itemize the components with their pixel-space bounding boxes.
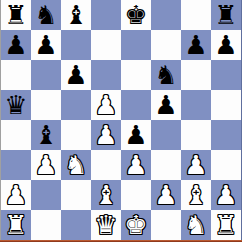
- square-e4[interactable]: ♟: [121, 120, 151, 150]
- piece-white-bishop[interactable]: ♝: [94, 180, 117, 210]
- square-b2[interactable]: [31, 180, 61, 210]
- square-c7[interactable]: [61, 30, 91, 60]
- piece-white-pawn[interactable]: ♟: [154, 180, 177, 210]
- square-c2[interactable]: [61, 180, 91, 210]
- square-h5[interactable]: [211, 90, 241, 120]
- square-e7[interactable]: [121, 30, 151, 60]
- piece-black-pawn[interactable]: ♟: [4, 30, 27, 60]
- square-f1[interactable]: [151, 210, 181, 240]
- square-f8[interactable]: [151, 0, 181, 30]
- square-h6[interactable]: [211, 60, 241, 90]
- square-d2[interactable]: ♝: [91, 180, 121, 210]
- square-f6[interactable]: ♞: [151, 60, 181, 90]
- piece-black-knight[interactable]: ♞: [34, 0, 57, 30]
- piece-white-pawn[interactable]: ♟: [94, 120, 117, 150]
- square-g6[interactable]: [181, 60, 211, 90]
- square-h7[interactable]: ♟: [211, 30, 241, 60]
- square-h1[interactable]: ♜: [211, 210, 241, 240]
- piece-black-bishop[interactable]: ♝: [64, 0, 87, 30]
- square-a8[interactable]: ♜: [1, 0, 31, 30]
- square-e8[interactable]: ♚: [121, 0, 151, 30]
- piece-black-bishop[interactable]: ♝: [34, 120, 57, 150]
- square-c8[interactable]: ♝: [61, 0, 91, 30]
- piece-white-pawn[interactable]: ♟: [94, 90, 117, 120]
- piece-white-king[interactable]: ♚: [124, 210, 147, 240]
- square-g7[interactable]: ♟: [181, 30, 211, 60]
- piece-white-knight[interactable]: ♞: [64, 150, 87, 180]
- piece-black-rook[interactable]: ♜: [4, 0, 27, 30]
- square-f4[interactable]: [151, 120, 181, 150]
- square-h2[interactable]: ♟: [211, 180, 241, 210]
- piece-white-queen[interactable]: ♛: [94, 210, 117, 240]
- square-h3[interactable]: [211, 150, 241, 180]
- square-g5[interactable]: [181, 90, 211, 120]
- piece-white-knight[interactable]: ♞: [184, 210, 207, 240]
- square-d5[interactable]: ♟: [91, 90, 121, 120]
- square-b5[interactable]: [31, 90, 61, 120]
- square-f5[interactable]: ♟: [151, 90, 181, 120]
- square-b1[interactable]: [31, 210, 61, 240]
- piece-black-pawn[interactable]: ♟: [64, 60, 87, 90]
- square-d4[interactable]: ♟: [91, 120, 121, 150]
- square-g1[interactable]: ♞: [181, 210, 211, 240]
- square-e5[interactable]: [121, 90, 151, 120]
- square-c3[interactable]: ♞: [61, 150, 91, 180]
- square-b3[interactable]: ♟: [31, 150, 61, 180]
- square-g8[interactable]: [181, 0, 211, 30]
- piece-black-king[interactable]: ♚: [124, 0, 147, 30]
- square-d8[interactable]: [91, 0, 121, 30]
- square-e2[interactable]: [121, 180, 151, 210]
- square-c1[interactable]: [61, 210, 91, 240]
- piece-black-pawn[interactable]: ♟: [124, 120, 147, 150]
- square-e6[interactable]: [121, 60, 151, 90]
- square-g3[interactable]: ♟: [181, 150, 211, 180]
- square-a3[interactable]: [1, 150, 31, 180]
- piece-white-rook[interactable]: ♜: [214, 210, 237, 240]
- square-d1[interactable]: ♛: [91, 210, 121, 240]
- square-d6[interactable]: [91, 60, 121, 90]
- piece-black-queen[interactable]: ♛: [4, 90, 27, 120]
- piece-white-bishop[interactable]: ♝: [184, 180, 207, 210]
- square-f2[interactable]: ♟: [151, 180, 181, 210]
- piece-white-pawn[interactable]: ♟: [184, 150, 207, 180]
- square-a7[interactable]: ♟: [1, 30, 31, 60]
- square-a4[interactable]: [1, 120, 31, 150]
- square-c6[interactable]: ♟: [61, 60, 91, 90]
- piece-black-pawn[interactable]: ♟: [184, 30, 207, 60]
- square-h4[interactable]: [211, 120, 241, 150]
- piece-white-pawn[interactable]: ♟: [214, 180, 237, 210]
- square-b6[interactable]: [31, 60, 61, 90]
- square-e3[interactable]: ♟: [121, 150, 151, 180]
- square-a6[interactable]: [1, 60, 31, 90]
- piece-black-pawn[interactable]: ♟: [154, 90, 177, 120]
- square-a5[interactable]: ♛: [1, 90, 31, 120]
- square-h8[interactable]: ♜: [211, 0, 241, 30]
- square-g4[interactable]: [181, 120, 211, 150]
- piece-white-rook[interactable]: ♜: [4, 210, 27, 240]
- square-a1[interactable]: ♜: [1, 210, 31, 240]
- square-c5[interactable]: [61, 90, 91, 120]
- chess-board: ♜♞♝♚♜♟♟♟♟♟♞♛♟♟♝♟♟♟♞♟♟♟♝♟♝♟♜♛♚♞♜: [0, 0, 242, 240]
- piece-black-pawn[interactable]: ♟: [214, 30, 237, 60]
- square-b7[interactable]: ♟: [31, 30, 61, 60]
- square-g2[interactable]: ♝: [181, 180, 211, 210]
- square-b4[interactable]: ♝: [31, 120, 61, 150]
- square-f3[interactable]: [151, 150, 181, 180]
- piece-black-knight[interactable]: ♞: [154, 60, 177, 90]
- square-c4[interactable]: [61, 120, 91, 150]
- piece-white-pawn[interactable]: ♟: [124, 150, 147, 180]
- square-f7[interactable]: [151, 30, 181, 60]
- square-a2[interactable]: ♟: [1, 180, 31, 210]
- piece-white-pawn[interactable]: ♟: [4, 180, 27, 210]
- square-b8[interactable]: ♞: [31, 0, 61, 30]
- chess-board-window: ♜♞♝♚♜♟♟♟♟♟♞♛♟♟♝♟♟♟♞♟♟♟♝♟♝♟♜♛♚♞♜: [0, 0, 242, 242]
- square-d3[interactable]: [91, 150, 121, 180]
- square-e1[interactable]: ♚: [121, 210, 151, 240]
- piece-black-pawn[interactable]: ♟: [34, 30, 57, 60]
- square-d7[interactable]: [91, 30, 121, 60]
- piece-white-pawn[interactable]: ♟: [34, 150, 57, 180]
- piece-black-rook[interactable]: ♜: [214, 0, 237, 30]
